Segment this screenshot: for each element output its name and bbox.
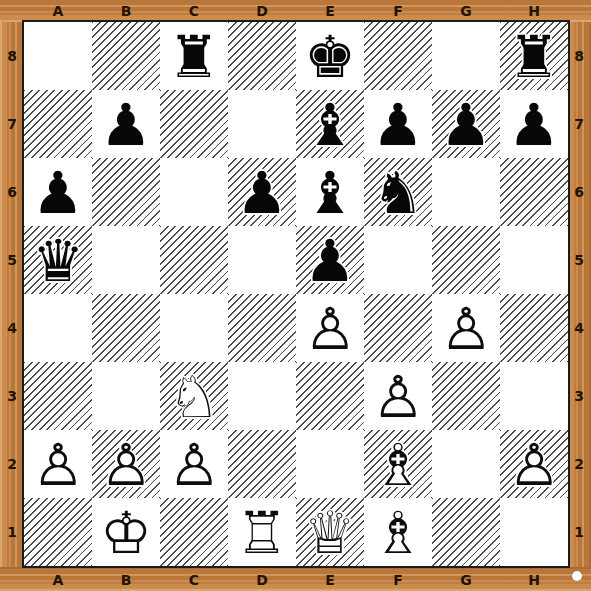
piece-black-pawn[interactable]: ♟ xyxy=(92,90,160,158)
bishop-icon: ♗ xyxy=(364,499,432,567)
piece-white-bishop[interactable]: ♝♗ xyxy=(364,498,432,566)
board: ♜♚♜♟♝♟♟♟♟♟♝♞♛♟♟♙♟♙♞♘♟♙♟♙♟♙♟♙♝♗♟♙♚♔♜♖♛♕♝♗ xyxy=(22,20,570,568)
square-c8[interactable]: ♜ xyxy=(160,22,228,90)
square-f1[interactable]: ♝♗ xyxy=(364,498,432,566)
file-label-d: D xyxy=(228,0,296,21)
square-e2[interactable] xyxy=(296,430,364,498)
piece-white-knight[interactable]: ♞♘ xyxy=(160,362,228,430)
square-f7[interactable]: ♟ xyxy=(364,90,432,158)
square-b6[interactable] xyxy=(92,158,160,226)
square-a3[interactable] xyxy=(24,362,92,430)
square-a1[interactable] xyxy=(24,498,92,566)
square-h4[interactable] xyxy=(500,294,568,362)
rank-label-3: 3 xyxy=(568,362,590,430)
piece-black-rook[interactable]: ♜ xyxy=(500,22,568,90)
square-d5[interactable] xyxy=(228,226,296,294)
square-h3[interactable] xyxy=(500,362,568,430)
queen-icon: ♛ xyxy=(24,227,92,295)
file-label-f: F xyxy=(364,568,432,591)
square-f5[interactable] xyxy=(364,226,432,294)
square-c2[interactable]: ♟♙ xyxy=(160,430,228,498)
piece-white-queen[interactable]: ♛♕ xyxy=(296,498,364,566)
pawn-icon: ♙ xyxy=(500,431,568,499)
square-g1[interactable] xyxy=(432,498,500,566)
file-label-e: E xyxy=(296,0,364,21)
square-f4[interactable] xyxy=(364,294,432,362)
pawn-icon: ♙ xyxy=(364,363,432,431)
rank-label-4: 4 xyxy=(568,294,590,362)
piece-white-king[interactable]: ♚♔ xyxy=(92,498,160,566)
square-b1[interactable]: ♚♔ xyxy=(92,498,160,566)
square-f8[interactable] xyxy=(364,22,432,90)
file-label-d: D xyxy=(228,568,296,591)
square-a6[interactable]: ♟ xyxy=(24,158,92,226)
pawn-icon: ♟ xyxy=(228,159,296,227)
square-d1[interactable]: ♜♖ xyxy=(228,498,296,566)
square-g4[interactable]: ♟♙ xyxy=(432,294,500,362)
pawn-icon: ♙ xyxy=(160,431,228,499)
rank-label-6: 6 xyxy=(1,158,23,226)
piece-black-pawn[interactable]: ♟ xyxy=(296,226,364,294)
white-to-move-indicator xyxy=(572,571,582,581)
square-e4[interactable]: ♟♙ xyxy=(296,294,364,362)
square-c5[interactable] xyxy=(160,226,228,294)
king-icon: ♚ xyxy=(296,23,364,91)
square-d7[interactable] xyxy=(228,90,296,158)
piece-white-rook[interactable]: ♜♖ xyxy=(228,498,296,566)
pawn-icon: ♟ xyxy=(432,91,500,159)
file-labels-bottom: ABCDEFGH xyxy=(24,568,568,591)
square-h2[interactable]: ♟♙ xyxy=(500,430,568,498)
piece-black-pawn[interactable]: ♟ xyxy=(24,158,92,226)
rank-labels-right: 87654321 xyxy=(568,22,590,566)
piece-black-bishop[interactable]: ♝ xyxy=(296,158,364,226)
file-label-h: H xyxy=(500,568,568,591)
file-label-h: H xyxy=(500,0,568,21)
piece-white-pawn[interactable]: ♟♙ xyxy=(500,430,568,498)
rank-label-2: 2 xyxy=(568,430,590,498)
square-f2[interactable]: ♝♗ xyxy=(364,430,432,498)
square-a8[interactable] xyxy=(24,22,92,90)
square-c7[interactable] xyxy=(160,90,228,158)
square-g7[interactable]: ♟ xyxy=(432,90,500,158)
bishop-icon: ♗ xyxy=(364,431,432,499)
square-a7[interactable] xyxy=(24,90,92,158)
pawn-icon: ♙ xyxy=(92,431,160,499)
piece-black-pawn[interactable]: ♟ xyxy=(364,90,432,158)
file-label-c: C xyxy=(160,568,228,591)
piece-black-rook[interactable]: ♜ xyxy=(160,22,228,90)
rank-label-7: 7 xyxy=(568,90,590,158)
square-e5[interactable]: ♟ xyxy=(296,226,364,294)
rook-icon: ♖ xyxy=(228,499,296,567)
rank-label-4: 4 xyxy=(1,294,23,362)
square-g8[interactable] xyxy=(432,22,500,90)
piece-black-king[interactable]: ♚ xyxy=(296,22,364,90)
piece-black-knight[interactable]: ♞ xyxy=(364,158,432,226)
piece-white-pawn[interactable]: ♟♙ xyxy=(296,294,364,362)
rank-label-5: 5 xyxy=(568,226,590,294)
square-a2[interactable]: ♟♙ xyxy=(24,430,92,498)
square-b7[interactable]: ♟ xyxy=(92,90,160,158)
square-h8[interactable]: ♜ xyxy=(500,22,568,90)
square-h6[interactable] xyxy=(500,158,568,226)
file-label-c: C xyxy=(160,0,228,21)
file-label-g: G xyxy=(432,0,500,21)
chess-diagram: ABCDEFGH ABCDEFGH 87654321 87654321 ♜♚♜♟… xyxy=(0,0,591,591)
square-h5[interactable] xyxy=(500,226,568,294)
square-b4[interactable] xyxy=(92,294,160,362)
square-g5[interactable] xyxy=(432,226,500,294)
piece-black-bishop[interactable]: ♝ xyxy=(296,90,364,158)
file-label-f: F xyxy=(364,0,432,21)
piece-black-pawn[interactable]: ♟ xyxy=(432,90,500,158)
piece-white-bishop[interactable]: ♝♗ xyxy=(364,430,432,498)
square-b3[interactable] xyxy=(92,362,160,430)
rank-label-3: 3 xyxy=(1,362,23,430)
square-c1[interactable] xyxy=(160,498,228,566)
pawn-icon: ♟ xyxy=(92,91,160,159)
piece-white-pawn[interactable]: ♟♙ xyxy=(24,430,92,498)
rank-label-5: 5 xyxy=(1,226,23,294)
file-label-g: G xyxy=(432,568,500,591)
pawn-icon: ♟ xyxy=(24,159,92,227)
square-e1[interactable]: ♛♕ xyxy=(296,498,364,566)
piece-black-pawn[interactable]: ♟ xyxy=(500,90,568,158)
rank-label-8: 8 xyxy=(1,22,23,90)
rank-label-7: 7 xyxy=(1,90,23,158)
square-a4[interactable] xyxy=(24,294,92,362)
square-d8[interactable] xyxy=(228,22,296,90)
piece-black-pawn[interactable]: ♟ xyxy=(228,158,296,226)
file-labels-top: ABCDEFGH xyxy=(24,0,568,21)
square-h7[interactable]: ♟ xyxy=(500,90,568,158)
queen-icon: ♕ xyxy=(296,499,364,567)
knight-icon: ♞ xyxy=(364,159,432,227)
file-label-e: E xyxy=(296,568,364,591)
square-d2[interactable] xyxy=(228,430,296,498)
rank-label-2: 2 xyxy=(1,430,23,498)
pawn-icon: ♙ xyxy=(432,295,500,363)
square-e3[interactable] xyxy=(296,362,364,430)
pawn-icon: ♟ xyxy=(500,91,568,159)
square-b8[interactable] xyxy=(92,22,160,90)
square-e8[interactable]: ♚ xyxy=(296,22,364,90)
rook-icon: ♜ xyxy=(160,23,228,91)
square-e7[interactable]: ♝ xyxy=(296,90,364,158)
square-d4[interactable] xyxy=(228,294,296,362)
piece-white-pawn[interactable]: ♟♙ xyxy=(364,362,432,430)
file-label-b: B xyxy=(92,0,160,21)
square-g3[interactable] xyxy=(432,362,500,430)
square-f3[interactable]: ♟♙ xyxy=(364,362,432,430)
piece-white-pawn[interactable]: ♟♙ xyxy=(92,430,160,498)
square-h1[interactable] xyxy=(500,498,568,566)
rank-label-8: 8 xyxy=(568,22,590,90)
bishop-icon: ♝ xyxy=(296,159,364,227)
square-d6[interactable]: ♟ xyxy=(228,158,296,226)
square-a5[interactable]: ♛ xyxy=(24,226,92,294)
square-c3[interactable]: ♞♘ xyxy=(160,362,228,430)
rank-label-1: 1 xyxy=(568,498,590,566)
pawn-icon: ♟ xyxy=(364,91,432,159)
king-icon: ♔ xyxy=(92,499,160,567)
square-b2[interactable]: ♟♙ xyxy=(92,430,160,498)
square-f6[interactable]: ♞ xyxy=(364,158,432,226)
square-c4[interactable] xyxy=(160,294,228,362)
piece-white-pawn[interactable]: ♟♙ xyxy=(432,294,500,362)
square-c6[interactable] xyxy=(160,158,228,226)
pawn-icon: ♙ xyxy=(24,431,92,499)
square-e6[interactable]: ♝ xyxy=(296,158,364,226)
knight-icon: ♘ xyxy=(160,363,228,431)
square-g6[interactable] xyxy=(432,158,500,226)
bishop-icon: ♝ xyxy=(296,91,364,159)
piece-white-pawn[interactable]: ♟♙ xyxy=(160,430,228,498)
square-d3[interactable] xyxy=(228,362,296,430)
rank-label-1: 1 xyxy=(1,498,23,566)
pawn-icon: ♙ xyxy=(296,295,364,363)
square-b5[interactable] xyxy=(92,226,160,294)
rank-label-6: 6 xyxy=(568,158,590,226)
square-g2[interactable] xyxy=(432,430,500,498)
file-label-b: B xyxy=(92,568,160,591)
file-label-a: A xyxy=(24,0,92,21)
rank-labels-left: 87654321 xyxy=(1,22,23,566)
rook-icon: ♜ xyxy=(500,23,568,91)
pawn-icon: ♟ xyxy=(296,227,364,295)
piece-black-queen[interactable]: ♛ xyxy=(24,226,92,294)
file-label-a: A xyxy=(24,568,92,591)
